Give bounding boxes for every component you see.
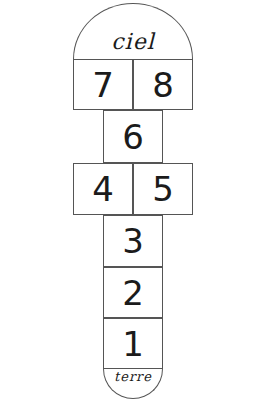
cell-5-number: 5 [152, 172, 174, 206]
cell-7-number: 7 [92, 68, 114, 102]
sky-dome: ciel [73, 3, 193, 59]
cell-4: 4 [73, 163, 133, 215]
cell-8-number: 8 [152, 68, 174, 102]
earth-label: terre [114, 370, 152, 383]
cell-1: 1 [103, 318, 163, 369]
cell-3-number: 3 [122, 224, 144, 258]
cell-4-number: 4 [92, 172, 114, 206]
cell-7: 7 [73, 59, 133, 110]
hopscotch-diagram: ciel 7 8 6 4 5 3 2 1 terre [0, 0, 273, 400]
cell-3: 3 [103, 215, 163, 267]
earth-base: terre [103, 369, 163, 399]
cell-1-number: 1 [122, 327, 144, 361]
cell-6-number: 6 [122, 120, 144, 154]
sky-label: ciel [111, 31, 154, 53]
cell-6: 6 [103, 110, 163, 163]
cell-8: 8 [133, 59, 193, 110]
hopscotch-court: ciel 7 8 6 4 5 3 2 1 terre [73, 3, 193, 399]
cell-2: 2 [103, 267, 163, 318]
cell-5: 5 [133, 163, 193, 215]
cell-2-number: 2 [122, 276, 144, 310]
